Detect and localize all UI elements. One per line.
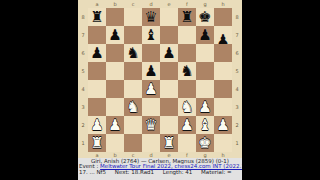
- white-king-g1: ♚: [196, 134, 214, 152]
- square-a8: ♜: [88, 8, 106, 26]
- square-b5: [106, 62, 124, 80]
- square-f2: ♟: [178, 116, 196, 134]
- square-h3: [214, 98, 232, 116]
- square-f1: [178, 134, 196, 152]
- file-label-f: f: [178, 0, 196, 8]
- square-g4: [196, 80, 214, 98]
- square-b8: [106, 8, 124, 26]
- square-b4: [106, 80, 124, 98]
- square-c7: [124, 26, 142, 44]
- rank-label-2: 2: [78, 116, 88, 134]
- square-e8: [160, 8, 178, 26]
- rank-labels-right: 87654321: [232, 8, 242, 152]
- square-c5: [124, 62, 142, 80]
- file-label-b: b: [106, 0, 124, 8]
- square-f3: ♞: [178, 98, 196, 116]
- rank-label-8: 8: [78, 8, 88, 26]
- rank-label-2: 2: [232, 116, 242, 134]
- square-b1: [106, 134, 124, 152]
- rank-label-3: 3: [232, 98, 242, 116]
- white-pawn-g3: ♟: [196, 98, 214, 116]
- square-h2: ♟: [214, 116, 232, 134]
- square-d2: ♛: [142, 116, 160, 134]
- square-b3: [106, 98, 124, 116]
- square-g7: ♟: [196, 26, 214, 44]
- rank-label-1: 1: [232, 134, 242, 152]
- rank-label-5: 5: [232, 62, 242, 80]
- file-label-g: g: [196, 0, 214, 8]
- square-a3: [88, 98, 106, 116]
- black-rook-a8: ♜: [88, 8, 106, 26]
- square-f4: [178, 80, 196, 98]
- file-label-a: a: [88, 0, 106, 8]
- chess-diagram-panel: abcdefgh 87654321 ♜♛♜♚♟♝♟♟♟♞♟♟♞♟♞♞♟♟♟♛♟♝…: [78, 0, 242, 180]
- square-c1: [124, 134, 142, 152]
- square-e5: [160, 62, 178, 80]
- file-label-c: c: [124, 0, 142, 8]
- square-e1: ♜: [160, 134, 178, 152]
- square-d4: ♟: [142, 80, 160, 98]
- rank-label-5: 5: [78, 62, 88, 80]
- game-info-caption: Giri, Anish (2764) — Carlsen, Magnus (28…: [78, 158, 242, 180]
- rank-label-1: 1: [78, 134, 88, 152]
- event-link[interactable]: Meltwater Tour Final 2022, chess24.com I…: [100, 164, 242, 169]
- black-king-g8: ♚: [196, 8, 214, 26]
- white-bishop-g2: ♝: [196, 116, 214, 134]
- square-d1: [142, 134, 160, 152]
- rank-label-4: 4: [78, 80, 88, 98]
- material-balance: Material: =: [201, 170, 232, 175]
- file-labels-top: abcdefgh: [88, 0, 232, 8]
- square-c3: ♞: [124, 98, 142, 116]
- square-h6: [214, 44, 232, 62]
- square-d6: [142, 44, 160, 62]
- rank-label-4: 4: [232, 80, 242, 98]
- square-h4: [214, 80, 232, 98]
- square-c6: ♞: [124, 44, 142, 62]
- white-rook-e1: ♜: [160, 134, 178, 152]
- square-c2: [124, 116, 142, 134]
- file-label-e: e: [160, 0, 178, 8]
- black-pawn-a6: ♟: [88, 44, 106, 62]
- square-f7: [178, 26, 196, 44]
- white-queen-d2: ♛: [142, 116, 160, 134]
- square-e6: ♟: [160, 44, 178, 62]
- square-h5: [214, 62, 232, 80]
- square-e2: [160, 116, 178, 134]
- square-h8: [214, 8, 232, 26]
- rank-label-7: 7: [232, 26, 242, 44]
- square-g6: [196, 44, 214, 62]
- square-d8: ♛: [142, 8, 160, 26]
- last-move: 17. ... Nf5: [79, 170, 106, 175]
- square-e7: [160, 26, 178, 44]
- chess-board: ♜♛♜♚♟♝♟♟♟♞♟♟♞♟♞♞♟♟♟♛♟♝♟♜♜♚: [88, 8, 232, 152]
- game-length: Length: 41: [163, 170, 193, 175]
- white-pawn-d4: ♟: [142, 80, 160, 98]
- white-pawn-h2: ♟: [214, 116, 232, 134]
- white-pawn-b2: ♟: [106, 116, 124, 134]
- square-a4: [88, 80, 106, 98]
- square-g2: ♝: [196, 116, 214, 134]
- square-a6: ♟: [88, 44, 106, 62]
- square-b2: ♟: [106, 116, 124, 134]
- rank-label-8: 8: [232, 8, 242, 26]
- rank-label-3: 3: [78, 98, 88, 116]
- square-h7: ♟: [214, 26, 232, 44]
- square-c8: [124, 8, 142, 26]
- square-g8: ♚: [196, 8, 214, 26]
- black-rook-f8: ♜: [178, 8, 196, 26]
- square-d5: ♟: [142, 62, 160, 80]
- white-knight-c3: ♞: [124, 98, 142, 116]
- rank-labels-left: 87654321: [78, 8, 88, 152]
- file-label-h: h: [214, 0, 232, 8]
- black-queen-d8: ♛: [142, 8, 160, 26]
- square-b7: ♟: [106, 26, 124, 44]
- black-bishop-d7: ♝: [142, 26, 160, 44]
- square-a5: [88, 62, 106, 80]
- white-pawn-f2: ♟: [178, 116, 196, 134]
- square-a1: ♜: [88, 134, 106, 152]
- black-pawn-e6: ♟: [160, 44, 178, 62]
- black-pawn-d5: ♟: [142, 62, 160, 80]
- black-pawn-b7: ♟: [106, 26, 124, 44]
- white-knight-f3: ♞: [178, 98, 196, 116]
- square-g3: ♟: [196, 98, 214, 116]
- white-pawn-a2: ♟: [88, 116, 106, 134]
- square-c4: [124, 80, 142, 98]
- square-f5: ♞: [178, 62, 196, 80]
- rank-label-6: 6: [232, 44, 242, 62]
- square-a2: ♟: [88, 116, 106, 134]
- square-h1: [214, 134, 232, 152]
- black-knight-f5: ♞: [178, 62, 196, 80]
- square-g5: [196, 62, 214, 80]
- rank-label-6: 6: [78, 44, 88, 62]
- left-black-bar: [0, 0, 78, 180]
- event-label: Event :: [79, 164, 98, 169]
- square-b6: [106, 44, 124, 62]
- black-pawn-g7: ♟: [196, 26, 214, 44]
- next-move: Next: 18.Rad1: [115, 170, 154, 175]
- square-g1: ♚: [196, 134, 214, 152]
- black-knight-c6: ♞: [124, 44, 142, 62]
- white-rook-a1: ♜: [88, 134, 106, 152]
- square-d7: ♝: [142, 26, 160, 44]
- right-black-bar: [242, 0, 320, 180]
- square-f8: ♜: [178, 8, 196, 26]
- rank-label-7: 7: [78, 26, 88, 44]
- square-f6: [178, 44, 196, 62]
- square-e3: [160, 98, 178, 116]
- square-e4: [160, 80, 178, 98]
- move-info-line: 17. ... Nf5 Next: 18.Rad1 Length: 41 Mat…: [78, 170, 242, 175]
- file-label-d: d: [142, 0, 160, 8]
- square-d3: [142, 98, 160, 116]
- square-a7: [88, 26, 106, 44]
